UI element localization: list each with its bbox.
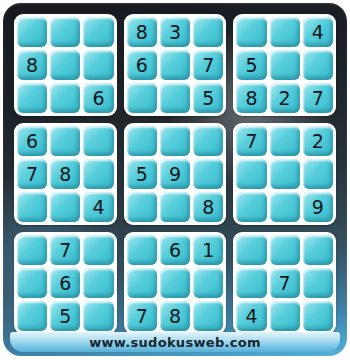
cell-r7c2[interactable]: 7 bbox=[50, 235, 80, 265]
cell-r7c4[interactable] bbox=[127, 235, 157, 265]
cell-r9c8[interactable] bbox=[270, 301, 300, 331]
cell-r3c5[interactable] bbox=[160, 83, 190, 113]
cell-r3c6[interactable]: 5 bbox=[193, 83, 223, 113]
cell-r3c3[interactable]: 6 bbox=[83, 83, 113, 113]
cell-r8c6[interactable] bbox=[193, 268, 223, 298]
block-1-0: 6784 bbox=[14, 123, 117, 225]
block-2-2: 74 bbox=[233, 232, 336, 334]
cell-r7c9[interactable] bbox=[303, 235, 333, 265]
cell-r1c5[interactable]: 3 bbox=[160, 17, 190, 47]
cell-r2c4[interactable]: 6 bbox=[127, 50, 157, 80]
block-0-2: 45827 bbox=[233, 14, 336, 116]
cell-r6c5[interactable] bbox=[160, 192, 190, 222]
cell-r2c2[interactable] bbox=[50, 50, 80, 80]
cell-r9c5[interactable]: 8 bbox=[160, 301, 190, 331]
cell-r4c9[interactable]: 2 bbox=[303, 126, 333, 156]
cell-r8c8[interactable]: 7 bbox=[270, 268, 300, 298]
cell-r5c9[interactable] bbox=[303, 159, 333, 189]
cell-r8c2[interactable]: 6 bbox=[50, 268, 80, 298]
cell-r5c7[interactable] bbox=[236, 159, 266, 189]
cell-r1c3[interactable] bbox=[83, 17, 113, 47]
cell-r2c7[interactable]: 5 bbox=[236, 50, 266, 80]
cell-r2c5[interactable] bbox=[160, 50, 190, 80]
cell-r3c8[interactable]: 2 bbox=[270, 83, 300, 113]
website-link[interactable]: www.sudokusweb.com bbox=[89, 335, 261, 350]
cell-r9c1[interactable] bbox=[17, 301, 47, 331]
cell-r3c2[interactable] bbox=[50, 83, 80, 113]
cell-r2c1[interactable]: 8 bbox=[17, 50, 47, 80]
cell-r3c7[interactable]: 8 bbox=[236, 83, 266, 113]
cell-r5c4[interactable]: 5 bbox=[127, 159, 157, 189]
cell-r8c9[interactable] bbox=[303, 268, 333, 298]
cell-r7c6[interactable]: 1 bbox=[193, 235, 223, 265]
cell-r7c5[interactable]: 6 bbox=[160, 235, 190, 265]
cell-r6c3[interactable]: 4 bbox=[83, 192, 113, 222]
cell-r5c2[interactable]: 8 bbox=[50, 159, 80, 189]
footer-bar: www.sudokusweb.com bbox=[10, 332, 340, 352]
cell-r4c6[interactable] bbox=[193, 126, 223, 156]
cell-r8c7[interactable] bbox=[236, 268, 266, 298]
cell-r9c4[interactable]: 7 bbox=[127, 301, 157, 331]
cell-r1c1[interactable] bbox=[17, 17, 47, 47]
cell-r6c9[interactable]: 9 bbox=[303, 192, 333, 222]
cell-r9c3[interactable] bbox=[83, 301, 113, 331]
cell-r6c2[interactable] bbox=[50, 192, 80, 222]
cell-r8c4[interactable] bbox=[127, 268, 157, 298]
cell-r5c3[interactable] bbox=[83, 159, 113, 189]
block-2-0: 765 bbox=[14, 232, 117, 334]
cell-r4c2[interactable] bbox=[50, 126, 80, 156]
block-1-2: 729 bbox=[233, 123, 336, 225]
cell-r4c4[interactable] bbox=[127, 126, 157, 156]
block-0-0: 86 bbox=[14, 14, 117, 116]
cell-r1c6[interactable] bbox=[193, 17, 223, 47]
cell-r7c1[interactable] bbox=[17, 235, 47, 265]
cell-r9c2[interactable]: 5 bbox=[50, 301, 80, 331]
cell-r2c8[interactable] bbox=[270, 50, 300, 80]
block-1-1: 598 bbox=[124, 123, 227, 225]
cell-r5c6[interactable] bbox=[193, 159, 223, 189]
cell-r7c8[interactable] bbox=[270, 235, 300, 265]
cell-r5c5[interactable]: 9 bbox=[160, 159, 190, 189]
cell-r4c8[interactable] bbox=[270, 126, 300, 156]
cell-r1c2[interactable] bbox=[50, 17, 80, 47]
cell-r8c3[interactable] bbox=[83, 268, 113, 298]
cell-r5c8[interactable] bbox=[270, 159, 300, 189]
cell-r6c8[interactable] bbox=[270, 192, 300, 222]
cell-r2c9[interactable] bbox=[303, 50, 333, 80]
cell-r1c7[interactable] bbox=[236, 17, 266, 47]
cell-r7c7[interactable] bbox=[236, 235, 266, 265]
cell-r2c6[interactable]: 7 bbox=[193, 50, 223, 80]
cell-r8c1[interactable] bbox=[17, 268, 47, 298]
sudoku-board: 8683675458276784598729765617874 bbox=[14, 14, 336, 334]
cell-r3c9[interactable]: 7 bbox=[303, 83, 333, 113]
cell-r9c7[interactable]: 4 bbox=[236, 301, 266, 331]
cell-r6c1[interactable] bbox=[17, 192, 47, 222]
cell-r5c1[interactable]: 7 bbox=[17, 159, 47, 189]
block-2-1: 6178 bbox=[124, 232, 227, 334]
cell-r4c3[interactable] bbox=[83, 126, 113, 156]
cell-r7c3[interactable] bbox=[83, 235, 113, 265]
cell-r8c5[interactable] bbox=[160, 268, 190, 298]
cell-r4c1[interactable]: 6 bbox=[17, 126, 47, 156]
block-0-1: 83675 bbox=[124, 14, 227, 116]
cell-r6c7[interactable] bbox=[236, 192, 266, 222]
cell-r3c4[interactable] bbox=[127, 83, 157, 113]
cell-r6c4[interactable] bbox=[127, 192, 157, 222]
cell-r1c8[interactable] bbox=[270, 17, 300, 47]
sudoku-widget: 8683675458276784598729765617874 www.sudo… bbox=[0, 0, 350, 360]
cell-r9c9[interactable] bbox=[303, 301, 333, 331]
cell-r2c3[interactable] bbox=[83, 50, 113, 80]
cell-r1c4[interactable]: 8 bbox=[127, 17, 157, 47]
cell-r4c5[interactable] bbox=[160, 126, 190, 156]
cell-r9c6[interactable] bbox=[193, 301, 223, 331]
cell-r4c7[interactable]: 7 bbox=[236, 126, 266, 156]
cell-r3c1[interactable] bbox=[17, 83, 47, 113]
board-frame: 8683675458276784598729765617874 www.sudo… bbox=[3, 3, 347, 356]
cell-r6c6[interactable]: 8 bbox=[193, 192, 223, 222]
cell-r1c9[interactable]: 4 bbox=[303, 17, 333, 47]
